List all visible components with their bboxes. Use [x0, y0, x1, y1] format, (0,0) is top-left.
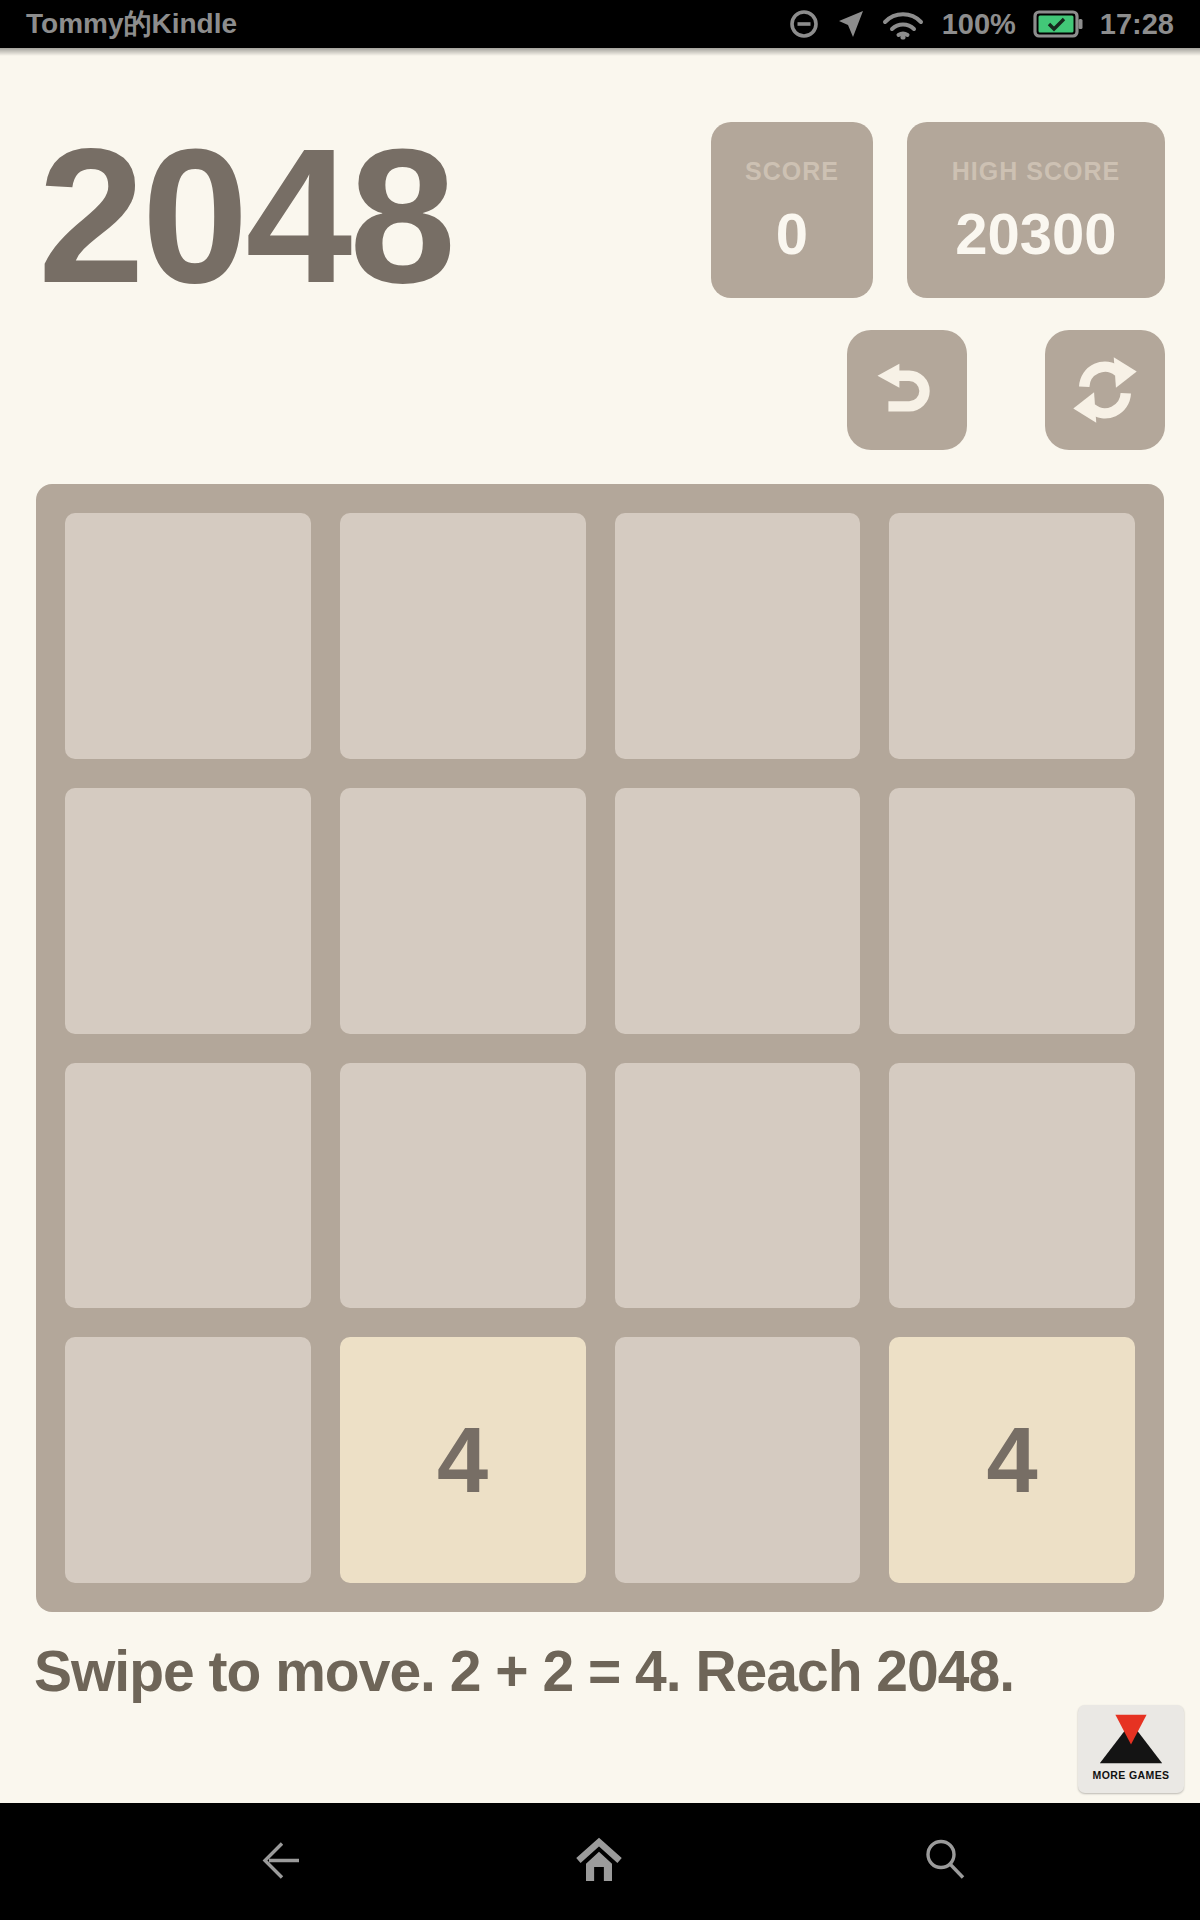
more-games-logo-icon: [1092, 1710, 1170, 1768]
high-score-label: HIGH SCORE: [952, 157, 1120, 186]
home-button[interactable]: [573, 1835, 625, 1888]
score-box: SCORE 0: [711, 122, 873, 298]
cell-r4c3: [615, 1337, 861, 1583]
cell-r4c1: [65, 1337, 311, 1583]
search-icon: [919, 1834, 971, 1886]
battery-percent: 100%: [942, 8, 1016, 41]
board[interactable]: 44: [36, 484, 1164, 1612]
search-button[interactable]: [919, 1834, 971, 1889]
tile-4-r4c4: 4: [889, 1337, 1135, 1583]
cell-r1c3: [615, 513, 861, 759]
wifi-icon: [881, 8, 925, 40]
restart-icon: [1070, 355, 1140, 425]
cell-r3c4: [889, 1063, 1135, 1309]
cell-r1c4: [889, 513, 1135, 759]
more-games-button[interactable]: MORE GAMES: [1078, 1705, 1184, 1793]
home-icon: [573, 1835, 625, 1885]
cell-r3c3: [615, 1063, 861, 1309]
device-name: Tommy的Kindle: [26, 5, 237, 43]
cell-r2c4: [889, 788, 1135, 1034]
instruction-text: Swipe to move. 2 + 2 = 4. Reach 2048.: [34, 1638, 1014, 1704]
cell-r3c1: [65, 1063, 311, 1309]
status-time: 17:28: [1100, 8, 1174, 41]
high-score-box: HIGH SCORE 20300: [907, 122, 1165, 298]
score-label: SCORE: [745, 157, 839, 186]
back-icon: [255, 1834, 307, 1886]
high-score-value: 20300: [955, 200, 1116, 267]
location-icon: [836, 10, 864, 38]
cell-r2c1: [65, 788, 311, 1034]
score-value: 0: [776, 200, 808, 267]
do-not-disturb-icon: [789, 9, 819, 39]
cell-r2c2: [340, 788, 586, 1034]
game-title: 2048: [38, 120, 453, 312]
cell-r1c2: [340, 513, 586, 759]
cell-r3c2: [340, 1063, 586, 1309]
status-bar: Tommy的Kindle 100% 17:28: [0, 0, 1200, 48]
nav-bar: [0, 1803, 1200, 1920]
more-games-label: MORE GAMES: [1093, 1769, 1170, 1781]
tile-4-r4c2: 4: [340, 1337, 586, 1583]
undo-button[interactable]: [847, 330, 967, 450]
cell-r1c1: [65, 513, 311, 759]
cell-r2c3: [615, 788, 861, 1034]
battery-icon: [1033, 10, 1083, 38]
restart-button[interactable]: [1045, 330, 1165, 450]
undo-icon: [872, 357, 942, 423]
back-button[interactable]: [255, 1834, 307, 1889]
